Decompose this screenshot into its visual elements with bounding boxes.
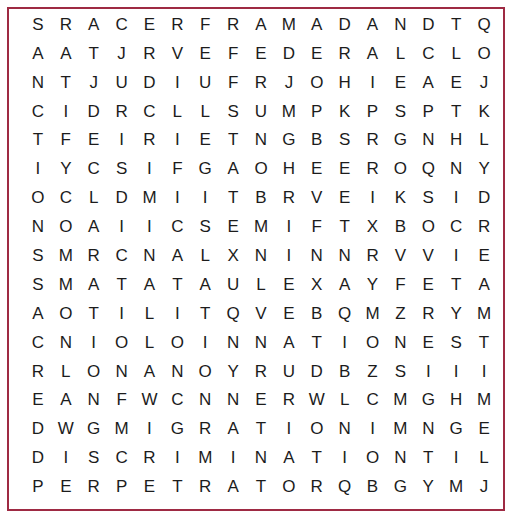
grid-cell-r4c6[interactable]: L — [163, 97, 191, 126]
grid-cell-r15c4[interactable]: M — [108, 414, 136, 443]
grid-cell-r10c13[interactable]: Y — [359, 270, 387, 299]
grid-cell-r14c4[interactable]: F — [108, 385, 136, 414]
grid-cell-r14c15[interactable]: G — [414, 385, 442, 414]
grid-cell-r17c5[interactable]: E — [136, 472, 164, 501]
grid-cell-r17c2[interactable]: E — [52, 472, 80, 501]
grid-cell-r11c10[interactable]: E — [275, 299, 303, 328]
grid-cell-r8c4[interactable]: I — [108, 212, 136, 241]
grid-cell-r2c4[interactable]: J — [108, 39, 136, 68]
grid-cell-r15c16[interactable]: G — [442, 414, 470, 443]
grid-cell-r11c11[interactable]: B — [303, 299, 331, 328]
grid-cell-r15c1[interactable]: D — [24, 414, 52, 443]
grid-cell-r4c5[interactable]: C — [136, 97, 164, 126]
grid-cell-r1c2[interactable]: R — [52, 10, 80, 39]
grid-cell-r5c9[interactable]: N — [247, 126, 275, 155]
grid-cell-r15c8[interactable]: A — [219, 414, 247, 443]
grid-cell-r6c7[interactable]: G — [191, 154, 219, 183]
grid-cell-r5c10[interactable]: G — [275, 126, 303, 155]
grid-cell-r12c7[interactable]: I — [191, 328, 219, 357]
grid-cell-r12c14[interactable]: N — [386, 328, 414, 357]
grid-cell-r12c11[interactable]: T — [303, 328, 331, 357]
grid-cell-r7c1[interactable]: O — [24, 183, 52, 212]
grid-cell-r2c9[interactable]: E — [247, 39, 275, 68]
grid-cell-r6c14[interactable]: O — [386, 154, 414, 183]
grid-cell-r13c2[interactable]: L — [52, 357, 80, 386]
grid-cell-r2c7[interactable]: E — [191, 39, 219, 68]
grid-cell-r12c8[interactable]: N — [219, 328, 247, 357]
grid-cell-r12c9[interactable]: N — [247, 328, 275, 357]
grid-cell-r5c11[interactable]: B — [303, 126, 331, 155]
grid-cell-r3c10[interactable]: J — [275, 68, 303, 97]
grid-cell-r10c7[interactable]: A — [191, 270, 219, 299]
grid-cell-r12c5[interactable]: L — [136, 328, 164, 357]
grid-cell-r7c10[interactable]: R — [275, 183, 303, 212]
grid-cell-r3c8[interactable]: F — [219, 68, 247, 97]
grid-cell-r14c14[interactable]: M — [386, 385, 414, 414]
grid-cell-r6c5[interactable]: I — [136, 154, 164, 183]
grid-cell-r9c14[interactable]: V — [386, 241, 414, 270]
grid-cell-r16c12[interactable]: I — [331, 443, 359, 472]
grid-cell-r7c14[interactable]: K — [386, 183, 414, 212]
grid-cell-r14c10[interactable]: R — [275, 385, 303, 414]
grid-cell-r11c4[interactable]: I — [108, 299, 136, 328]
grid-cell-r7c4[interactable]: D — [108, 183, 136, 212]
grid-cell-r17c9[interactable]: T — [247, 472, 275, 501]
grid-cell-r1c8[interactable]: R — [219, 10, 247, 39]
grid-cell-r7c16[interactable]: I — [442, 183, 470, 212]
grid-cell-r1c9[interactable]: A — [247, 10, 275, 39]
grid-cell-r8c7[interactable]: S — [191, 212, 219, 241]
grid-cell-r1c10[interactable]: M — [275, 10, 303, 39]
grid-cell-r13c8[interactable]: Y — [219, 357, 247, 386]
grid-cell-r3c2[interactable]: T — [52, 68, 80, 97]
grid-cell-r10c3[interactable]: A — [80, 270, 108, 299]
grid-cell-r16c3[interactable]: S — [80, 443, 108, 472]
grid-cell-r5c15[interactable]: N — [414, 126, 442, 155]
grid-cell-r9c15[interactable]: V — [414, 241, 442, 270]
grid-cell-r8c17[interactable]: R — [470, 212, 498, 241]
grid-cell-r6c3[interactable]: C — [80, 154, 108, 183]
grid-cell-r3c11[interactable]: O — [303, 68, 331, 97]
grid-cell-r17c13[interactable]: B — [359, 472, 387, 501]
grid-cell-r16c6[interactable]: I — [163, 443, 191, 472]
grid-cell-r2c11[interactable]: E — [303, 39, 331, 68]
grid-cell-r17c3[interactable]: R — [80, 472, 108, 501]
grid-cell-r9c6[interactable]: A — [163, 241, 191, 270]
grid-cell-r13c14[interactable]: S — [386, 357, 414, 386]
grid-cell-r1c1[interactable]: S — [24, 10, 52, 39]
grid-cell-r6c16[interactable]: N — [442, 154, 470, 183]
grid-cell-r2c17[interactable]: O — [470, 39, 498, 68]
grid-cell-r8c10[interactable]: I — [275, 212, 303, 241]
grid-cell-r5c13[interactable]: R — [359, 126, 387, 155]
grid-cell-r3c1[interactable]: N — [24, 68, 52, 97]
grid-cell-r2c16[interactable]: L — [442, 39, 470, 68]
grid-cell-r4c16[interactable]: T — [442, 97, 470, 126]
grid-cell-r12c1[interactable]: C — [24, 328, 52, 357]
grid-cell-r4c9[interactable]: U — [247, 97, 275, 126]
grid-cell-r9c4[interactable]: C — [108, 241, 136, 270]
grid-cell-r5c6[interactable]: I — [163, 126, 191, 155]
grid-cell-r6c8[interactable]: A — [219, 154, 247, 183]
grid-cell-r16c5[interactable]: R — [136, 443, 164, 472]
grid-cell-r13c17[interactable]: I — [470, 357, 498, 386]
grid-cell-r1c6[interactable]: R — [163, 10, 191, 39]
grid-cell-r16c10[interactable]: A — [275, 443, 303, 472]
grid-cell-r15c10[interactable]: I — [275, 414, 303, 443]
grid-cell-r1c3[interactable]: A — [80, 10, 108, 39]
grid-cell-r8c5[interactable]: I — [136, 212, 164, 241]
grid-cell-r3c9[interactable]: R — [247, 68, 275, 97]
grid-cell-r7c15[interactable]: S — [414, 183, 442, 212]
grid-cell-r9c8[interactable]: X — [219, 241, 247, 270]
grid-cell-r5c2[interactable]: F — [52, 126, 80, 155]
grid-cell-r1c7[interactable]: F — [191, 10, 219, 39]
grid-cell-r2c3[interactable]: T — [80, 39, 108, 68]
grid-cell-r4c8[interactable]: S — [219, 97, 247, 126]
grid-cell-r10c5[interactable]: A — [136, 270, 164, 299]
grid-cell-r4c3[interactable]: D — [80, 97, 108, 126]
grid-cell-r9c10[interactable]: I — [275, 241, 303, 270]
grid-cell-r10c10[interactable]: E — [275, 270, 303, 299]
grid-cell-r16c11[interactable]: T — [303, 443, 331, 472]
grid-cell-r5c3[interactable]: E — [80, 126, 108, 155]
grid-cell-r13c16[interactable]: I — [442, 357, 470, 386]
grid-cell-r13c10[interactable]: U — [275, 357, 303, 386]
grid-cell-r9c16[interactable]: I — [442, 241, 470, 270]
grid-cell-r16c9[interactable]: N — [247, 443, 275, 472]
grid-cell-r4c12[interactable]: K — [331, 97, 359, 126]
grid-cell-r8c6[interactable]: C — [163, 212, 191, 241]
grid-cell-r15c17[interactable]: E — [470, 414, 498, 443]
grid-cell-r16c13[interactable]: O — [359, 443, 387, 472]
grid-cell-r2c10[interactable]: D — [275, 39, 303, 68]
grid-cell-r15c12[interactable]: N — [331, 414, 359, 443]
grid-cell-r17c8[interactable]: A — [219, 472, 247, 501]
grid-cell-r17c10[interactable]: O — [275, 472, 303, 501]
grid-cell-r3c14[interactable]: E — [386, 68, 414, 97]
grid-cell-r13c13[interactable]: Z — [359, 357, 387, 386]
grid-cell-r7c2[interactable]: C — [52, 183, 80, 212]
grid-cell-r6c2[interactable]: Y — [52, 154, 80, 183]
grid-cell-r14c1[interactable]: E — [24, 385, 52, 414]
grid-cell-r8c8[interactable]: E — [219, 212, 247, 241]
grid-cell-r3c4[interactable]: U — [108, 68, 136, 97]
grid-cell-r4c13[interactable]: P — [359, 97, 387, 126]
grid-cell-r13c12[interactable]: B — [331, 357, 359, 386]
grid-cell-r2c15[interactable]: C — [414, 39, 442, 68]
grid-cell-r6c15[interactable]: Q — [414, 154, 442, 183]
grid-cell-r15c7[interactable]: R — [191, 414, 219, 443]
grid-cell-r9c13[interactable]: R — [359, 241, 387, 270]
grid-cell-r6c1[interactable]: I — [24, 154, 52, 183]
grid-cell-r4c7[interactable]: L — [191, 97, 219, 126]
grid-cell-r11c1[interactable]: A — [24, 299, 52, 328]
grid-cell-r17c12[interactable]: Q — [331, 472, 359, 501]
grid-cell-r12c15[interactable]: E — [414, 328, 442, 357]
grid-cell-r13c9[interactable]: R — [247, 357, 275, 386]
grid-cell-r2c1[interactable]: A — [24, 39, 52, 68]
grid-cell-r8c12[interactable]: T — [331, 212, 359, 241]
grid-cell-r5c5[interactable]: R — [136, 126, 164, 155]
grid-cell-r8c1[interactable]: N — [24, 212, 52, 241]
grid-cell-r9c11[interactable]: N — [303, 241, 331, 270]
grid-cell-r14c16[interactable]: H — [442, 385, 470, 414]
grid-cell-r14c13[interactable]: C — [359, 385, 387, 414]
grid-cell-r8c11[interactable]: F — [303, 212, 331, 241]
grid-cell-r11c15[interactable]: R — [414, 299, 442, 328]
grid-cell-r7c7[interactable]: I — [191, 183, 219, 212]
grid-cell-r13c4[interactable]: N — [108, 357, 136, 386]
grid-cell-r9c12[interactable]: N — [331, 241, 359, 270]
grid-cell-r12c4[interactable]: O — [108, 328, 136, 357]
grid-cell-r13c15[interactable]: I — [414, 357, 442, 386]
grid-cell-r1c16[interactable]: T — [442, 10, 470, 39]
grid-cell-r15c15[interactable]: N — [414, 414, 442, 443]
grid-cell-r13c3[interactable]: O — [80, 357, 108, 386]
grid-cell-r5c1[interactable]: T — [24, 126, 52, 155]
grid-cell-r11c6[interactable]: I — [163, 299, 191, 328]
grid-cell-r14c5[interactable]: W — [136, 385, 164, 414]
grid-cell-r12c17[interactable]: T — [470, 328, 498, 357]
grid-cell-r17c14[interactable]: G — [386, 472, 414, 501]
grid-cell-r3c13[interactable]: I — [359, 68, 387, 97]
grid-cell-r5c8[interactable]: T — [219, 126, 247, 155]
grid-cell-r15c6[interactable]: G — [163, 414, 191, 443]
grid-cell-r3c5[interactable]: D — [136, 68, 164, 97]
grid-cell-r14c6[interactable]: C — [163, 385, 191, 414]
grid-cell-r10c14[interactable]: F — [386, 270, 414, 299]
grid-cell-r6c10[interactable]: H — [275, 154, 303, 183]
grid-cell-r10c16[interactable]: T — [442, 270, 470, 299]
grid-cell-r16c16[interactable]: I — [442, 443, 470, 472]
grid-cell-r4c11[interactable]: P — [303, 97, 331, 126]
grid-cell-r1c5[interactable]: E — [136, 10, 164, 39]
grid-cell-r11c17[interactable]: M — [470, 299, 498, 328]
grid-cell-r7c3[interactable]: L — [80, 183, 108, 212]
grid-cell-r15c2[interactable]: W — [52, 414, 80, 443]
grid-cell-r3c12[interactable]: H — [331, 68, 359, 97]
grid-cell-r3c15[interactable]: A — [414, 68, 442, 97]
grid-cell-r7c11[interactable]: V — [303, 183, 331, 212]
grid-cell-r7c8[interactable]: T — [219, 183, 247, 212]
grid-cell-r7c5[interactable]: M — [136, 183, 164, 212]
grid-cell-r11c16[interactable]: Y — [442, 299, 470, 328]
grid-cell-r8c9[interactable]: M — [247, 212, 275, 241]
grid-cell-r3c6[interactable]: I — [163, 68, 191, 97]
grid-cell-r10c1[interactable]: S — [24, 270, 52, 299]
grid-cell-r17c1[interactable]: P — [24, 472, 52, 501]
grid-cell-r11c8[interactable]: Q — [219, 299, 247, 328]
grid-cell-r16c1[interactable]: D — [24, 443, 52, 472]
grid-cell-r9c5[interactable]: N — [136, 241, 164, 270]
grid-cell-r3c3[interactable]: J — [80, 68, 108, 97]
grid-cell-r11c7[interactable]: T — [191, 299, 219, 328]
grid-cell-r6c6[interactable]: F — [163, 154, 191, 183]
grid-cell-r10c6[interactable]: T — [163, 270, 191, 299]
grid-cell-r6c17[interactable]: Y — [470, 154, 498, 183]
grid-cell-r12c6[interactable]: O — [163, 328, 191, 357]
grid-cell-r14c12[interactable]: L — [331, 385, 359, 414]
grid-cell-r7c9[interactable]: B — [247, 183, 275, 212]
grid-cell-r7c6[interactable]: I — [163, 183, 191, 212]
grid-cell-r15c3[interactable]: G — [80, 414, 108, 443]
grid-cell-r8c14[interactable]: B — [386, 212, 414, 241]
grid-cell-r5c4[interactable]: I — [108, 126, 136, 155]
grid-cell-r4c14[interactable]: S — [386, 97, 414, 126]
grid-cell-r8c3[interactable]: A — [80, 212, 108, 241]
grid-cell-r16c8[interactable]: I — [219, 443, 247, 472]
grid-cell-r2c5[interactable]: R — [136, 39, 164, 68]
grid-cell-r10c2[interactable]: M — [52, 270, 80, 299]
grid-cell-r12c12[interactable]: I — [331, 328, 359, 357]
grid-cell-r8c13[interactable]: X — [359, 212, 387, 241]
grid-cell-r12c3[interactable]: I — [80, 328, 108, 357]
grid-cell-r6c11[interactable]: E — [303, 154, 331, 183]
grid-cell-r17c16[interactable]: M — [442, 472, 470, 501]
grid-cell-r17c11[interactable]: R — [303, 472, 331, 501]
grid-cell-r13c1[interactable]: R — [24, 357, 52, 386]
grid-cell-r17c7[interactable]: R — [191, 472, 219, 501]
grid-cell-r14c17[interactable]: M — [470, 385, 498, 414]
grid-cell-r14c11[interactable]: W — [303, 385, 331, 414]
grid-cell-r4c4[interactable]: R — [108, 97, 136, 126]
grid-cell-r13c6[interactable]: N — [163, 357, 191, 386]
grid-cell-r7c13[interactable]: I — [359, 183, 387, 212]
grid-cell-r11c5[interactable]: L — [136, 299, 164, 328]
grid-cell-r2c12[interactable]: R — [331, 39, 359, 68]
grid-cell-r17c15[interactable]: Y — [414, 472, 442, 501]
grid-cell-r10c12[interactable]: A — [331, 270, 359, 299]
grid-cell-r17c17[interactable]: J — [470, 472, 498, 501]
grid-cell-r1c13[interactable]: A — [359, 10, 387, 39]
grid-cell-r10c4[interactable]: T — [108, 270, 136, 299]
grid-cell-r13c11[interactable]: D — [303, 357, 331, 386]
grid-cell-r14c7[interactable]: N — [191, 385, 219, 414]
grid-cell-r1c14[interactable]: N — [386, 10, 414, 39]
grid-cell-r9c3[interactable]: R — [80, 241, 108, 270]
grid-cell-r16c17[interactable]: L — [470, 443, 498, 472]
grid-cell-r5c7[interactable]: E — [191, 126, 219, 155]
grid-cell-r5c12[interactable]: S — [331, 126, 359, 155]
grid-cell-r1c15[interactable]: D — [414, 10, 442, 39]
grid-cell-r2c2[interactable]: A — [52, 39, 80, 68]
grid-cell-r9c7[interactable]: L — [191, 241, 219, 270]
grid-cell-r1c11[interactable]: A — [303, 10, 331, 39]
grid-cell-r12c13[interactable]: O — [359, 328, 387, 357]
grid-cell-r11c14[interactable]: Z — [386, 299, 414, 328]
grid-cell-r10c15[interactable]: E — [414, 270, 442, 299]
grid-cell-r5c17[interactable]: L — [470, 126, 498, 155]
grid-cell-r11c12[interactable]: Q — [331, 299, 359, 328]
grid-cell-r1c17[interactable]: Q — [470, 10, 498, 39]
grid-cell-r11c13[interactable]: M — [359, 299, 387, 328]
grid-cell-r15c13[interactable]: I — [359, 414, 387, 443]
grid-cell-r12c10[interactable]: A — [275, 328, 303, 357]
grid-cell-r5c14[interactable]: G — [386, 126, 414, 155]
grid-cell-r3c7[interactable]: U — [191, 68, 219, 97]
grid-cell-r8c16[interactable]: C — [442, 212, 470, 241]
grid-cell-r7c12[interactable]: E — [331, 183, 359, 212]
grid-cell-r14c3[interactable]: N — [80, 385, 108, 414]
grid-cell-r17c6[interactable]: T — [163, 472, 191, 501]
grid-cell-r16c14[interactable]: N — [386, 443, 414, 472]
grid-cell-r2c13[interactable]: A — [359, 39, 387, 68]
grid-cell-r1c12[interactable]: D — [331, 10, 359, 39]
grid-cell-r6c9[interactable]: O — [247, 154, 275, 183]
grid-cell-r10c17[interactable]: A — [470, 270, 498, 299]
grid-cell-r6c13[interactable]: R — [359, 154, 387, 183]
grid-cell-r5c16[interactable]: H — [442, 126, 470, 155]
grid-cell-r2c6[interactable]: V — [163, 39, 191, 68]
grid-cell-r3c16[interactable]: E — [442, 68, 470, 97]
grid-cell-r9c17[interactable]: E — [470, 241, 498, 270]
grid-cell-r9c9[interactable]: N — [247, 241, 275, 270]
grid-cell-r15c9[interactable]: T — [247, 414, 275, 443]
grid-cell-r15c14[interactable]: M — [386, 414, 414, 443]
grid-cell-r13c7[interactable]: O — [191, 357, 219, 386]
grid-cell-r16c2[interactable]: I — [52, 443, 80, 472]
grid-cell-r6c12[interactable]: E — [331, 154, 359, 183]
grid-cell-r6c4[interactable]: S — [108, 154, 136, 183]
grid-cell-r9c2[interactable]: M — [52, 241, 80, 270]
grid-cell-r2c8[interactable]: F — [219, 39, 247, 68]
grid-cell-r4c10[interactable]: M — [275, 97, 303, 126]
grid-cell-r16c15[interactable]: T — [414, 443, 442, 472]
grid-cell-r16c4[interactable]: C — [108, 443, 136, 472]
grid-cell-r12c16[interactable]: S — [442, 328, 470, 357]
grid-cell-r15c5[interactable]: I — [136, 414, 164, 443]
grid-cell-r2c14[interactable]: L — [386, 39, 414, 68]
grid-cell-r4c2[interactable]: I — [52, 97, 80, 126]
grid-cell-r1c4[interactable]: C — [108, 10, 136, 39]
grid-cell-r11c3[interactable]: T — [80, 299, 108, 328]
grid-cell-r12c2[interactable]: N — [52, 328, 80, 357]
grid-cell-r17c4[interactable]: P — [108, 472, 136, 501]
grid-cell-r7c17[interactable]: D — [470, 183, 498, 212]
grid-cell-r11c9[interactable]: V — [247, 299, 275, 328]
grid-cell-r4c15[interactable]: P — [414, 97, 442, 126]
grid-cell-r14c9[interactable]: E — [247, 385, 275, 414]
grid-cell-r8c2[interactable]: O — [52, 212, 80, 241]
word-search-board: SRACERFRAMADANDTQAATJRVEFEDERALCLONTJUDI… — [7, 7, 505, 511]
grid-cell-r3c17[interactable]: J — [470, 68, 498, 97]
grid-cell-r16c7[interactable]: M — [191, 443, 219, 472]
grid-cell-r15c11[interactable]: O — [303, 414, 331, 443]
grid-cell-r10c8[interactable]: U — [219, 270, 247, 299]
grid-cell-r9c1[interactable]: S — [24, 241, 52, 270]
grid-cell-r11c2[interactable]: O — [52, 299, 80, 328]
grid-cell-r10c11[interactable]: X — [303, 270, 331, 299]
grid-cell-r4c1[interactable]: C — [24, 97, 52, 126]
grid-cell-r14c8[interactable]: N — [219, 385, 247, 414]
grid-cell-r14c2[interactable]: A — [52, 385, 80, 414]
grid-cell-r4c17[interactable]: K — [470, 97, 498, 126]
grid-cell-r13c5[interactable]: A — [136, 357, 164, 386]
grid-cell-r10c9[interactable]: L — [247, 270, 275, 299]
grid-cell-r8c15[interactable]: O — [414, 212, 442, 241]
